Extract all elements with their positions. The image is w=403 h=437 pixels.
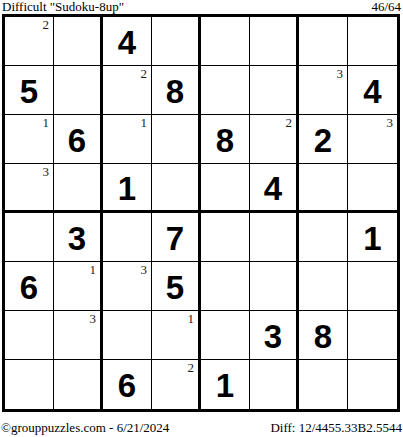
given-digit: 4 xyxy=(264,172,282,205)
given-digit: 2 xyxy=(314,124,332,157)
given-digit: 8 xyxy=(166,75,184,108)
cell-r7c8[interactable] xyxy=(348,311,397,360)
cell-r8c3[interactable]: 6 xyxy=(103,360,152,409)
given-digit: 8 xyxy=(314,320,332,353)
cell-r3c2[interactable]: 6 xyxy=(54,115,103,164)
cell-r6c1[interactable]: 6 xyxy=(5,262,54,311)
cell-r4c5[interactable] xyxy=(201,164,250,213)
cell-r7c4[interactable]: 1 xyxy=(152,311,201,360)
cell-r6c8[interactable] xyxy=(348,262,397,311)
cell-r7c7[interactable]: 8 xyxy=(299,311,348,360)
cell-r5c1[interactable] xyxy=(5,213,54,262)
cell-r5c3[interactable] xyxy=(103,213,152,262)
cell-r7c2[interactable]: 3 xyxy=(54,311,103,360)
cell-r6c2[interactable]: 1 xyxy=(54,262,103,311)
cell-r5c5[interactable] xyxy=(201,213,250,262)
cell-r5c4[interactable]: 7 xyxy=(152,213,201,262)
copyright-text: ©grouppuzzles.com - 6/21/2024 xyxy=(1,421,169,435)
corner-mark: 2 xyxy=(43,18,50,31)
corner-mark: 3 xyxy=(337,67,344,80)
difficulty-text: Diff: 12/4455.33B2.5544 xyxy=(270,421,402,435)
cell-counter: 46/64 xyxy=(371,0,401,13)
cell-r8c1[interactable] xyxy=(5,360,54,409)
cell-r2c8[interactable]: 4 xyxy=(348,66,397,115)
cell-r4c8[interactable] xyxy=(348,164,397,213)
cell-r2c3[interactable]: 2 xyxy=(103,66,152,115)
corner-mark: 3 xyxy=(387,116,394,129)
given-digit: 5 xyxy=(20,75,38,108)
cell-r8c4[interactable]: 2 xyxy=(152,360,201,409)
cell-r4c2[interactable] xyxy=(54,164,103,213)
cell-r5c7[interactable] xyxy=(299,213,348,262)
given-digit: 1 xyxy=(363,222,381,255)
given-digit: 1 xyxy=(216,369,234,402)
header: Difficult "Sudoku-8up" 46/64 xyxy=(0,0,403,14)
cell-r4c7[interactable] xyxy=(299,164,348,213)
given-digit: 6 xyxy=(20,271,38,304)
cell-r3c8[interactable]: 3 xyxy=(348,115,397,164)
corner-mark: 1 xyxy=(90,263,97,276)
corner-mark: 1 xyxy=(43,116,50,129)
cell-r1c8[interactable] xyxy=(348,17,397,66)
cell-r6c3[interactable]: 3 xyxy=(103,262,152,311)
cell-r8c6[interactable] xyxy=(250,360,299,409)
cell-r7c1[interactable] xyxy=(5,311,54,360)
corner-mark: 3 xyxy=(43,165,50,178)
corner-mark: 1 xyxy=(188,312,195,325)
given-digit: 4 xyxy=(118,26,136,59)
cell-r1c7[interactable] xyxy=(299,17,348,66)
footer: ©grouppuzzles.com - 6/21/2024 Diff: 12/4… xyxy=(0,412,403,435)
cell-r1c4[interactable] xyxy=(152,17,201,66)
cell-r8c2[interactable] xyxy=(54,360,103,409)
given-digit: 7 xyxy=(166,222,184,255)
corner-mark: 3 xyxy=(90,312,97,325)
cell-r6c5[interactable] xyxy=(201,262,250,311)
given-digit: 8 xyxy=(216,124,234,157)
given-digit: 6 xyxy=(118,369,136,402)
cell-r6c4[interactable]: 5 xyxy=(152,262,201,311)
cell-r8c7[interactable] xyxy=(299,360,348,409)
board: 2452834161822331437161353138621 xyxy=(2,14,400,412)
cell-r1c2[interactable] xyxy=(54,17,103,66)
cell-r4c6[interactable]: 4 xyxy=(250,164,299,213)
given-digit: 4 xyxy=(363,75,381,108)
given-digit: 5 xyxy=(166,271,184,304)
puzzle-title: Difficult "Sudoku-8up" xyxy=(2,0,124,13)
cell-r4c4[interactable] xyxy=(152,164,201,213)
cell-r2c7[interactable]: 3 xyxy=(299,66,348,115)
cell-r3c4[interactable] xyxy=(152,115,201,164)
cell-r2c1[interactable]: 5 xyxy=(5,66,54,115)
cell-r8c5[interactable]: 1 xyxy=(201,360,250,409)
cell-r6c7[interactable] xyxy=(299,262,348,311)
given-digit: 1 xyxy=(118,172,136,205)
cell-r3c6[interactable]: 2 xyxy=(250,115,299,164)
cell-r3c3[interactable]: 1 xyxy=(103,115,152,164)
cell-r2c2[interactable] xyxy=(54,66,103,115)
cell-r2c5[interactable] xyxy=(201,66,250,115)
corner-mark: 1 xyxy=(141,116,148,129)
cell-r3c1[interactable]: 1 xyxy=(5,115,54,164)
given-digit: 6 xyxy=(68,124,86,157)
corner-mark: 2 xyxy=(286,116,293,129)
cell-r6c6[interactable] xyxy=(250,262,299,311)
corner-mark: 2 xyxy=(141,67,148,80)
cell-r7c5[interactable] xyxy=(201,311,250,360)
corner-mark: 3 xyxy=(141,263,148,276)
cell-r7c6[interactable]: 3 xyxy=(250,311,299,360)
cell-r3c5[interactable]: 8 xyxy=(201,115,250,164)
cell-r1c5[interactable] xyxy=(201,17,250,66)
cell-r3c7[interactable]: 2 xyxy=(299,115,348,164)
cell-r2c4[interactable]: 8 xyxy=(152,66,201,115)
cell-r5c6[interactable] xyxy=(250,213,299,262)
cell-r5c8[interactable]: 1 xyxy=(348,213,397,262)
cell-r5c2[interactable]: 3 xyxy=(54,213,103,262)
cell-r1c1[interactable]: 2 xyxy=(5,17,54,66)
given-digit: 3 xyxy=(264,320,282,353)
cell-r2c6[interactable] xyxy=(250,66,299,115)
given-digit: 3 xyxy=(68,222,86,255)
cell-r4c3[interactable]: 1 xyxy=(103,164,152,213)
cell-r8c8[interactable] xyxy=(348,360,397,409)
cell-r4c1[interactable]: 3 xyxy=(5,164,54,213)
puzzle-page: Difficult "Sudoku-8up" 46/64 24528341618… xyxy=(0,0,403,437)
cell-r1c3[interactable]: 4 xyxy=(103,17,152,66)
cell-r7c3[interactable] xyxy=(103,311,152,360)
corner-mark: 2 xyxy=(188,361,195,374)
cell-r1c6[interactable] xyxy=(250,17,299,66)
